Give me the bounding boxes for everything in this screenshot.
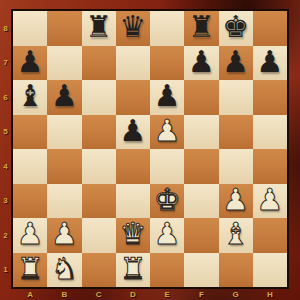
square-b4[interactable]: [47, 149, 81, 184]
piece-white-pawn[interactable]: ♟: [154, 116, 181, 146]
file-label-f: F: [184, 288, 218, 300]
square-d2[interactable]: ♛: [116, 218, 150, 253]
square-h3[interactable]: ♟: [253, 184, 287, 219]
square-b2[interactable]: ♟: [47, 218, 81, 253]
square-b5[interactable]: [47, 115, 81, 150]
square-h6[interactable]: [253, 80, 287, 115]
piece-black-pawn[interactable]: ♟: [222, 47, 249, 77]
piece-black-pawn[interactable]: ♟: [119, 116, 146, 146]
square-f7[interactable]: ♟: [184, 46, 218, 81]
square-f4[interactable]: [184, 149, 218, 184]
square-h7[interactable]: ♟: [253, 46, 287, 81]
square-g1[interactable]: [219, 253, 253, 288]
piece-white-pawn[interactable]: ♟: [154, 219, 181, 249]
square-d7[interactable]: [116, 46, 150, 81]
file-label-a: A: [13, 288, 47, 300]
piece-black-pawn[interactable]: ♟: [188, 47, 215, 77]
square-e4[interactable]: [150, 149, 184, 184]
square-a5[interactable]: [13, 115, 47, 150]
square-h5[interactable]: [253, 115, 287, 150]
square-b7[interactable]: [47, 46, 81, 81]
piece-black-rook[interactable]: ♜: [85, 12, 112, 42]
rank-label-3: 3: [0, 184, 11, 219]
piece-black-pawn[interactable]: ♟: [17, 47, 44, 77]
square-e5[interactable]: ♟: [150, 115, 184, 150]
piece-white-queen[interactable]: ♛: [119, 219, 146, 249]
square-e3[interactable]: ♚: [150, 184, 184, 219]
square-h2[interactable]: [253, 218, 287, 253]
square-d6[interactable]: [116, 80, 150, 115]
piece-white-pawn[interactable]: ♟: [256, 185, 283, 215]
piece-black-king[interactable]: ♚: [222, 12, 249, 42]
square-b3[interactable]: [47, 184, 81, 219]
piece-black-bishop[interactable]: ♝: [17, 81, 44, 111]
file-label-h: H: [253, 288, 287, 300]
piece-white-knight[interactable]: ♞: [51, 254, 78, 284]
piece-white-pawn[interactable]: ♟: [222, 185, 249, 215]
rank-label-1: 1: [0, 253, 11, 288]
file-label-d: D: [116, 288, 150, 300]
square-a8[interactable]: [13, 11, 47, 46]
rank-label-7: 7: [0, 46, 11, 81]
square-b8[interactable]: [47, 11, 81, 46]
chess-board: ♜♛♜♚♟♟♟♟♝♟♟♟♟♚♟♟♟♟♛♟♝♜♞♜: [11, 9, 289, 289]
file-labels: ABCDEFGH: [13, 288, 287, 300]
square-c4[interactable]: [82, 149, 116, 184]
board-frame: 87654321 ABCDEFGH ♜♛♜♚♟♟♟♟♝♟♟♟♟♚♟♟♟♟♛♟♝♜…: [0, 0, 300, 300]
square-e8[interactable]: [150, 11, 184, 46]
piece-white-pawn[interactable]: ♟: [51, 219, 78, 249]
square-a7[interactable]: ♟: [13, 46, 47, 81]
square-g6[interactable]: [219, 80, 253, 115]
rank-labels: 87654321: [0, 11, 11, 287]
square-b6[interactable]: ♟: [47, 80, 81, 115]
rank-label-4: 4: [0, 149, 11, 184]
file-label-b: B: [47, 288, 81, 300]
piece-black-queen[interactable]: ♛: [119, 12, 146, 42]
square-d1[interactable]: ♜: [116, 253, 150, 288]
square-a3[interactable]: [13, 184, 47, 219]
square-h8[interactable]: [253, 11, 287, 46]
rank-label-6: 6: [0, 80, 11, 115]
square-d5[interactable]: ♟: [116, 115, 150, 150]
file-label-e: E: [150, 288, 184, 300]
square-a2[interactable]: ♟: [13, 218, 47, 253]
square-f6[interactable]: [184, 80, 218, 115]
square-c6[interactable]: [82, 80, 116, 115]
piece-black-pawn[interactable]: ♟: [154, 81, 181, 111]
square-f3[interactable]: [184, 184, 218, 219]
square-f5[interactable]: [184, 115, 218, 150]
piece-white-rook[interactable]: ♜: [119, 254, 146, 284]
square-h1[interactable]: [253, 253, 287, 288]
square-c2[interactable]: [82, 218, 116, 253]
square-e6[interactable]: ♟: [150, 80, 184, 115]
square-b1[interactable]: ♞: [47, 253, 81, 288]
piece-white-pawn[interactable]: ♟: [17, 219, 44, 249]
piece-black-rook[interactable]: ♜: [188, 12, 215, 42]
square-a4[interactable]: [13, 149, 47, 184]
square-f8[interactable]: ♜: [184, 11, 218, 46]
file-label-c: C: [82, 288, 116, 300]
square-g8[interactable]: ♚: [219, 11, 253, 46]
square-c1[interactable]: [82, 253, 116, 288]
square-e1[interactable]: [150, 253, 184, 288]
square-d8[interactable]: ♛: [116, 11, 150, 46]
square-d4[interactable]: [116, 149, 150, 184]
piece-white-rook[interactable]: ♜: [17, 254, 44, 284]
rank-label-5: 5: [0, 115, 11, 150]
square-c5[interactable]: [82, 115, 116, 150]
piece-white-king[interactable]: ♚: [154, 185, 181, 215]
piece-white-bishop[interactable]: ♝: [222, 219, 249, 249]
square-a1[interactable]: ♜: [13, 253, 47, 288]
square-f1[interactable]: [184, 253, 218, 288]
square-f2[interactable]: [184, 218, 218, 253]
rank-label-8: 8: [0, 11, 11, 46]
square-g3[interactable]: ♟: [219, 184, 253, 219]
file-label-g: G: [219, 288, 253, 300]
square-c8[interactable]: ♜: [82, 11, 116, 46]
square-g5[interactable]: [219, 115, 253, 150]
square-c7[interactable]: [82, 46, 116, 81]
square-c3[interactable]: [82, 184, 116, 219]
rank-label-2: 2: [0, 218, 11, 253]
piece-black-pawn[interactable]: ♟: [51, 81, 78, 111]
piece-black-pawn[interactable]: ♟: [256, 47, 283, 77]
square-a6[interactable]: ♝: [13, 80, 47, 115]
square-g7[interactable]: ♟: [219, 46, 253, 81]
square-h4[interactable]: [253, 149, 287, 184]
square-e2[interactable]: ♟: [150, 218, 184, 253]
square-e7[interactable]: [150, 46, 184, 81]
square-g2[interactable]: ♝: [219, 218, 253, 253]
square-g4[interactable]: [219, 149, 253, 184]
square-d3[interactable]: [116, 184, 150, 219]
